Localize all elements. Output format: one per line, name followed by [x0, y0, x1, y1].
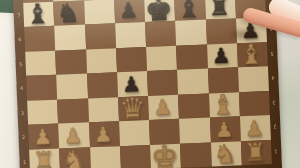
- piece-black-pawn: ♟: [119, 0, 139, 23]
- piece-white-rook: ♜: [32, 149, 55, 168]
- piece-black-king: ♚: [144, 0, 173, 22]
- square-f4: [177, 69, 208, 95]
- piece-black-bishop: ♝: [25, 2, 50, 27]
- piece-white-pawn: ♟: [214, 117, 234, 142]
- rank-label-1-right: 1: [271, 139, 282, 164]
- square-d2: [119, 120, 150, 146]
- square-d3: ♛: [118, 95, 149, 121]
- rank-label-2-left: 2: [18, 125, 29, 150]
- square-f3: [178, 93, 209, 119]
- piece-black-knight: ♞: [56, 1, 80, 26]
- piece-white-pawn: ♟: [33, 124, 53, 149]
- square-a2: ♟: [28, 124, 59, 150]
- piece-white-king: ♚: [150, 144, 179, 168]
- rank-label-7-left: 7: [13, 2, 24, 27]
- square-e5: [146, 45, 177, 71]
- square-f1: [180, 142, 211, 168]
- piece-white-pawn: ♟: [153, 95, 173, 120]
- rank-label-3-left: 3: [17, 100, 28, 125]
- rank-label-4-right: 4: [268, 66, 279, 91]
- square-h3: [239, 91, 270, 117]
- square-a4: [26, 75, 57, 101]
- piece-white-queen: ♛: [119, 96, 146, 121]
- piece-black-bishop: ♝: [176, 0, 201, 21]
- rank-label-2-right: 2: [270, 115, 281, 140]
- square-e2: [149, 119, 180, 145]
- square-c4: [87, 72, 118, 98]
- piece-black-pawn: ♟: [122, 72, 142, 97]
- piece-white-pawn: ♟: [63, 123, 83, 148]
- square-c7: [84, 0, 115, 24]
- square-a1: ♜: [29, 148, 60, 168]
- square-b3: [57, 98, 88, 124]
- square-e3: ♟: [148, 94, 179, 120]
- square-h4: [238, 66, 269, 92]
- square-b7: ♞: [53, 0, 84, 26]
- piece-white-bishop: ♝: [211, 92, 236, 117]
- square-g2: ♟: [209, 116, 240, 142]
- square-d6: [115, 22, 146, 48]
- piece-white-pawn: ♟: [93, 122, 113, 147]
- square-e1: ♚: [150, 143, 181, 168]
- square-h2: ♟: [240, 115, 271, 141]
- square-g1: ♞: [210, 141, 241, 167]
- square-b5: [55, 49, 86, 75]
- pointing-finger: [220, 6, 300, 52]
- finger-shadow: [232, 30, 258, 39]
- rank-label-5-left: 5: [15, 51, 26, 76]
- piece-white-knight: ♞: [62, 148, 86, 168]
- square-d7: ♟: [114, 0, 145, 23]
- square-f5: [176, 44, 207, 70]
- chess-photo-frame: 87654321 87654321 ♝♞♟♚♝♜♟♟♝♟♛♟♝♟♟♟♟♟♜♞♚♞…: [0, 0, 300, 168]
- square-f2: [179, 118, 210, 144]
- rank-label-6-left: 6: [14, 27, 25, 52]
- square-b1: ♞: [59, 147, 90, 168]
- piece-white-knight: ♞: [213, 141, 237, 166]
- square-g3: ♝: [208, 92, 239, 118]
- rank-label-3-right: 3: [269, 90, 280, 115]
- square-a6: [24, 26, 55, 52]
- square-e4: [147, 70, 178, 96]
- square-f6: [175, 20, 206, 46]
- square-e6: [145, 21, 176, 47]
- square-b2: ♟: [58, 122, 89, 148]
- square-a5: [25, 50, 56, 76]
- rank-label-4-left: 4: [16, 76, 27, 101]
- square-h1: ♜: [241, 140, 272, 166]
- square-c1: [90, 146, 121, 168]
- square-a3: [27, 99, 58, 125]
- square-a7: ♝: [23, 1, 54, 27]
- square-b4: [56, 73, 87, 99]
- square-e7: ♚: [144, 0, 175, 22]
- square-c5: [86, 48, 117, 74]
- square-c2: ♟: [89, 121, 120, 147]
- square-b6: [54, 24, 85, 50]
- square-d4: ♟: [117, 71, 148, 97]
- square-c3: [88, 97, 119, 123]
- rank-label-1-left: 1: [19, 149, 30, 168]
- square-g4: [207, 67, 238, 93]
- square-f7: ♝: [174, 0, 205, 21]
- square-c6: [85, 23, 116, 49]
- piece-white-rook: ♜: [244, 140, 267, 165]
- square-d1: [120, 144, 151, 168]
- square-d5: [116, 47, 147, 73]
- piece-white-pawn: ♟: [244, 116, 264, 141]
